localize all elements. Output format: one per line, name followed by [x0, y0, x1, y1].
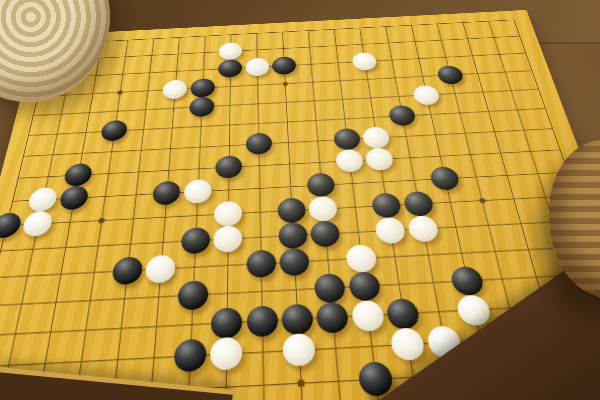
- black-stone: [316, 301, 350, 333]
- white-stone: [351, 299, 386, 331]
- white-stone: [390, 328, 427, 362]
- black-stone: [190, 78, 215, 98]
- star-point: [117, 90, 123, 94]
- black-stone: [189, 96, 215, 117]
- star-point: [479, 198, 486, 204]
- black-stone: [246, 249, 276, 278]
- white-stone: [183, 179, 211, 204]
- white-stone: [21, 211, 54, 237]
- black-stone: [177, 280, 208, 310]
- black-stone: [402, 191, 434, 217]
- black-stone: [449, 266, 485, 296]
- go-photo-scene: [0, 0, 600, 400]
- white-stone: [213, 225, 242, 252]
- white-stone: [345, 244, 378, 273]
- black-stone: [278, 222, 308, 249]
- white-stone: [455, 294, 493, 326]
- black-stone: [279, 247, 310, 276]
- white-stone: [282, 333, 316, 367]
- black-stone: [281, 303, 314, 335]
- black-stone: [180, 227, 210, 254]
- black-stone: [371, 193, 403, 219]
- black-stone: [211, 307, 242, 339]
- black-stone: [307, 173, 336, 198]
- black-stone: [429, 166, 461, 190]
- star-point: [283, 81, 288, 85]
- black-stone: [388, 105, 417, 126]
- black-stone: [0, 212, 23, 238]
- star-point: [297, 380, 305, 388]
- white-stone: [352, 52, 378, 71]
- black-stone: [386, 298, 422, 330]
- black-stone: [63, 163, 93, 187]
- black-stone: [218, 59, 242, 78]
- star-point: [98, 218, 105, 224]
- black-stone: [111, 256, 143, 285]
- white-stone: [219, 42, 242, 60]
- white-stone: [245, 57, 269, 76]
- white-stone: [412, 85, 441, 105]
- white-stone: [335, 149, 364, 172]
- black-stone: [215, 155, 242, 179]
- black-stone: [310, 220, 341, 247]
- white-stone: [27, 187, 59, 212]
- black-stone: [246, 305, 278, 337]
- black-stone: [333, 128, 361, 150]
- black-stone: [246, 133, 272, 156]
- white-stone: [374, 217, 406, 244]
- black-stone: [100, 120, 128, 142]
- black-stone: [173, 339, 206, 373]
- white-stone: [362, 127, 391, 149]
- white-stone: [308, 196, 338, 222]
- black-stone: [348, 271, 382, 301]
- black-stone: [152, 181, 181, 206]
- white-stone: [210, 337, 242, 371]
- black-stone: [277, 197, 306, 223]
- black-stone: [436, 65, 465, 84]
- white-stone: [214, 201, 242, 227]
- black-stone: [58, 185, 89, 210]
- black-stone: [272, 56, 297, 75]
- black-stone: [314, 273, 347, 303]
- white-stone: [145, 254, 177, 283]
- white-stone: [365, 148, 395, 171]
- white-stone: [162, 79, 188, 99]
- white-stone: [407, 215, 440, 242]
